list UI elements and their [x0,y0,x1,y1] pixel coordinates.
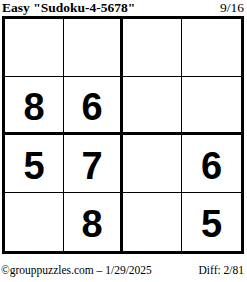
cell-r3c4[interactable]: 6 [182,135,241,193]
cell-r3c1[interactable]: 5 [5,135,64,193]
cell-r2c1[interactable]: 8 [5,77,64,135]
footer: ©grouppuzzles.com – 1/29/2025 Diff: 2/81 [1,263,244,277]
header: Easy "Sudoku-4-5678" 9/16 [2,0,244,16]
cell-r2c4[interactable] [182,77,241,135]
cell-r1c1[interactable] [5,19,64,77]
cell-r4c3[interactable] [123,193,182,251]
puzzle-title: Easy "Sudoku-4-5678" [2,0,135,16]
cell-r4c2[interactable]: 8 [64,193,123,251]
cell-r1c2[interactable] [64,19,123,77]
puzzle-count: 9/16 [220,0,244,16]
cell-r4c4[interactable]: 5 [182,193,241,251]
cell-r2c3[interactable] [123,77,182,135]
cell-r2c2[interactable]: 6 [64,77,123,135]
copyright-text: ©grouppuzzles.com – 1/29/2025 [1,263,152,277]
cell-r3c2[interactable]: 7 [64,135,123,193]
cell-r3c3[interactable] [123,135,182,193]
cell-r1c3[interactable] [123,19,182,77]
sudoku-page: Easy "Sudoku-4-5678" 9/16 8 6 5 7 6 8 5 … [0,0,247,282]
sudoku-board: 8 6 5 7 6 8 5 [2,16,244,254]
difficulty-text: Diff: 2/81 [199,263,244,277]
cell-r4c1[interactable] [5,193,64,251]
cell-r1c4[interactable] [182,19,241,77]
